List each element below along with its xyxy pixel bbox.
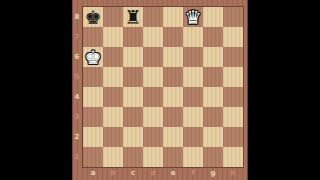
board-square-d3[interactable] — [143, 107, 163, 127]
board-square-e7[interactable] — [163, 27, 183, 47]
board-square-a8[interactable]: ♚ — [83, 7, 103, 27]
board-square-g1[interactable] — [203, 147, 223, 167]
board-square-d5[interactable] — [143, 67, 163, 87]
board-square-f2[interactable] — [183, 127, 203, 147]
board-square-b8[interactable] — [103, 7, 123, 27]
rank-label-5: 5 — [72, 67, 82, 87]
board-square-d4[interactable] — [143, 87, 163, 107]
chess-board: ♚♜♛♚ — [83, 7, 243, 167]
board-square-c7[interactable] — [123, 27, 143, 47]
board-square-g6[interactable] — [203, 47, 223, 67]
board-square-a2[interactable] — [83, 127, 103, 147]
board-square-d8[interactable] — [143, 7, 163, 27]
board-square-d2[interactable] — [143, 127, 163, 147]
board-square-g4[interactable] — [203, 87, 223, 107]
board-square-a6[interactable]: ♚ — [83, 47, 103, 67]
board-square-c3[interactable] — [123, 107, 143, 127]
file-label-g: g — [203, 167, 223, 178]
board-square-a7[interactable] — [83, 27, 103, 47]
board-square-c1[interactable] — [123, 147, 143, 167]
board-square-a4[interactable] — [83, 87, 103, 107]
board-square-e3[interactable] — [163, 107, 183, 127]
board-square-e6[interactable] — [163, 47, 183, 67]
board-square-a3[interactable] — [83, 107, 103, 127]
rank-label-1: 1 — [72, 147, 82, 167]
board-square-h4[interactable] — [223, 87, 243, 107]
board-square-c5[interactable] — [123, 67, 143, 87]
chess-piece-white-king[interactable]: ♚ — [84, 47, 101, 67]
rank-label-6: 6 — [72, 47, 82, 67]
chess-piece-white-queen[interactable]: ♛ — [184, 7, 201, 27]
rank-label-8: 8 — [72, 7, 82, 27]
rank-label-3: 3 — [72, 107, 82, 127]
board-square-g2[interactable] — [203, 127, 223, 147]
board-square-e4[interactable] — [163, 87, 183, 107]
board-square-f3[interactable] — [183, 107, 203, 127]
board-square-g3[interactable] — [203, 107, 223, 127]
board-square-b5[interactable] — [103, 67, 123, 87]
board-square-f5[interactable] — [183, 67, 203, 87]
letterbox-left — [0, 0, 72, 180]
board-square-h8[interactable] — [223, 7, 243, 27]
board-square-b7[interactable] — [103, 27, 123, 47]
board-square-h6[interactable] — [223, 47, 243, 67]
chess-board-frame: ♚♜♛♚ 87654321 abcdefgh — [72, 0, 248, 180]
board-square-e1[interactable] — [163, 147, 183, 167]
board-square-b3[interactable] — [103, 107, 123, 127]
board-square-a5[interactable] — [83, 67, 103, 87]
board-square-c8[interactable]: ♜ — [123, 7, 143, 27]
board-square-f4[interactable] — [183, 87, 203, 107]
board-square-h7[interactable] — [223, 27, 243, 47]
file-label-a: a — [83, 167, 103, 178]
board-square-d7[interactable] — [143, 27, 163, 47]
board-square-h5[interactable] — [223, 67, 243, 87]
board-square-g5[interactable] — [203, 67, 223, 87]
board-square-b1[interactable] — [103, 147, 123, 167]
video-frame: ♚♜♛♚ 87654321 abcdefgh — [0, 0, 320, 180]
board-square-e5[interactable] — [163, 67, 183, 87]
board-square-c2[interactable] — [123, 127, 143, 147]
board-square-b4[interactable] — [103, 87, 123, 107]
rank-label-2: 2 — [72, 127, 82, 147]
board-square-f6[interactable] — [183, 47, 203, 67]
board-square-g7[interactable] — [203, 27, 223, 47]
board-square-e8[interactable] — [163, 7, 183, 27]
file-label-d: d — [143, 167, 163, 178]
file-label-b: b — [103, 167, 123, 178]
board-square-h3[interactable] — [223, 107, 243, 127]
board-square-a1[interactable] — [83, 147, 103, 167]
board-square-c4[interactable] — [123, 87, 143, 107]
chess-piece-black-king[interactable]: ♚ — [84, 7, 101, 27]
board-square-e2[interactable] — [163, 127, 183, 147]
file-label-e: e — [163, 167, 183, 178]
board-square-f1[interactable] — [183, 147, 203, 167]
letterbox-right — [248, 0, 320, 180]
board-square-b6[interactable] — [103, 47, 123, 67]
rank-label-7: 7 — [72, 27, 82, 47]
board-square-g8[interactable] — [203, 7, 223, 27]
file-label-f: f — [183, 167, 203, 178]
board-square-d1[interactable] — [143, 147, 163, 167]
board-square-h2[interactable] — [223, 127, 243, 147]
file-label-h: h — [223, 167, 243, 178]
file-label-c: c — [123, 167, 143, 178]
board-square-h1[interactable] — [223, 147, 243, 167]
board-square-d6[interactable] — [143, 47, 163, 67]
chess-piece-black-rook[interactable]: ♜ — [124, 7, 141, 27]
board-square-b2[interactable] — [103, 127, 123, 147]
board-square-c6[interactable] — [123, 47, 143, 67]
board-square-f7[interactable] — [183, 27, 203, 47]
rank-label-4: 4 — [72, 87, 82, 107]
board-square-f8[interactable]: ♛ — [183, 7, 203, 27]
